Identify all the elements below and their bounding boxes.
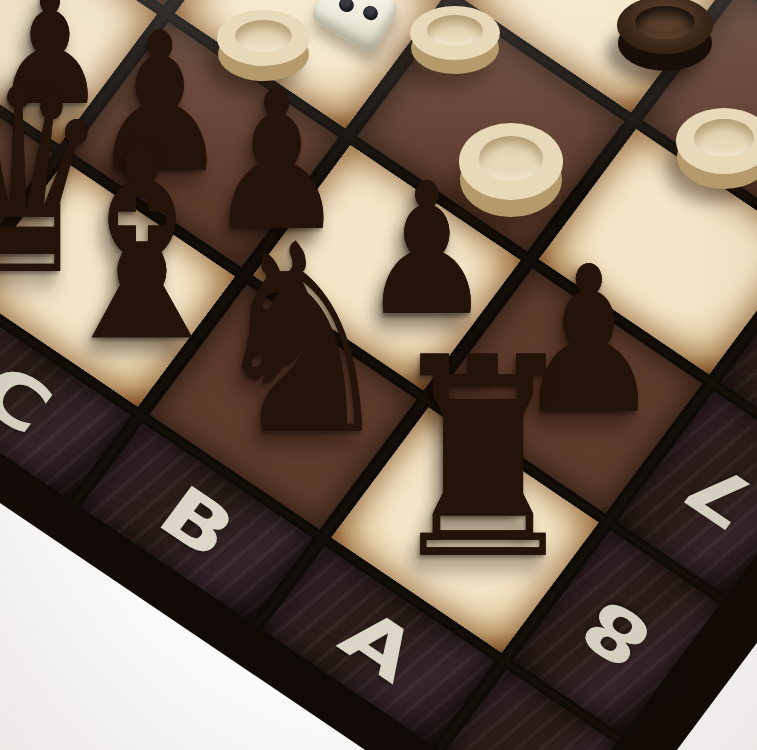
white-die[interactable] [308,0,401,55]
dark-rook-a8[interactable]: ♜ [383,322,583,598]
die-pip-1 [337,0,357,15]
dark-knight-b8[interactable]: ♞ [208,211,396,471]
light-draughts-disc-c5[interactable] [410,6,500,60]
board-photo-scene: 78CBA ♛♝♞♜♟♟♟♟♟ [0,0,757,750]
light-draughts-disc-a5[interactable] [676,108,757,174]
die-pip-2 [361,3,381,23]
dark-draughts-disc-b4[interactable] [617,0,713,54]
pieces-layer: ♛♝♞♜♟♟♟♟♟ [0,0,757,750]
